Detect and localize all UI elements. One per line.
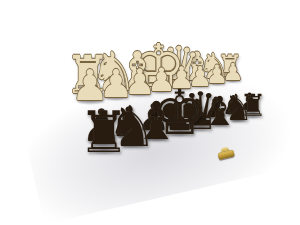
chess-set-photo: HGFEDCBA1122334455667788HGFEDCBA ♜♞♝♛♚♝♞…	[0, 0, 300, 225]
piece-black-rook-h8[interactable]: ♜	[75, 104, 132, 161]
